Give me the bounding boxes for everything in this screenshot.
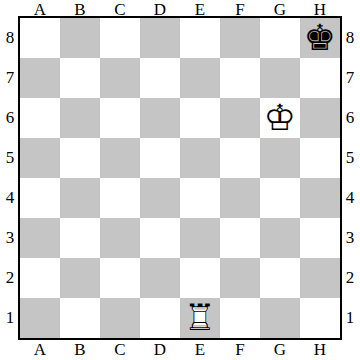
white-rook[interactable]: ♖ <box>180 298 220 338</box>
file-label-d: D <box>140 340 180 360</box>
rank-label-1: 1 <box>0 298 20 338</box>
rank-label-8: 8 <box>340 18 360 58</box>
square-c5[interactable] <box>100 138 140 178</box>
square-e2[interactable] <box>180 258 220 298</box>
square-b4[interactable] <box>60 178 100 218</box>
rank-label-4: 4 <box>0 178 20 218</box>
rank-label-4: 4 <box>340 178 360 218</box>
square-f5[interactable] <box>220 138 260 178</box>
square-b2[interactable] <box>60 258 100 298</box>
square-c6[interactable] <box>100 98 140 138</box>
square-b6[interactable] <box>60 98 100 138</box>
square-f6[interactable] <box>220 98 260 138</box>
square-g3[interactable] <box>260 218 300 258</box>
square-c1[interactable] <box>100 298 140 338</box>
square-d5[interactable] <box>140 138 180 178</box>
square-e7[interactable] <box>180 58 220 98</box>
square-d7[interactable] <box>140 58 180 98</box>
square-f7[interactable] <box>220 58 260 98</box>
square-b7[interactable] <box>60 58 100 98</box>
file-label-a: A <box>20 340 60 360</box>
file-label-h: H <box>300 340 340 360</box>
rank-labels-right: 87654321 <box>340 18 360 338</box>
rank-label-2: 2 <box>340 258 360 298</box>
square-d4[interactable] <box>140 178 180 218</box>
square-b1[interactable] <box>60 298 100 338</box>
square-b8[interactable] <box>60 18 100 58</box>
square-g2[interactable] <box>260 258 300 298</box>
square-c3[interactable] <box>100 218 140 258</box>
chess-diagram: ABCDEFGH 87654321 ♚♚♔♜♖ 87654321 ABCDEFG… <box>0 0 360 360</box>
square-a3[interactable] <box>20 218 60 258</box>
square-a2[interactable] <box>20 258 60 298</box>
square-d2[interactable] <box>140 258 180 298</box>
square-c7[interactable] <box>100 58 140 98</box>
square-a6[interactable] <box>20 98 60 138</box>
rank-label-7: 7 <box>340 58 360 98</box>
rank-label-6: 6 <box>340 98 360 138</box>
square-f4[interactable] <box>220 178 260 218</box>
square-a1[interactable] <box>20 298 60 338</box>
rank-label-5: 5 <box>0 138 20 178</box>
square-d8[interactable] <box>140 18 180 58</box>
square-a5[interactable] <box>20 138 60 178</box>
square-e4[interactable] <box>180 178 220 218</box>
square-h2[interactable] <box>300 258 340 298</box>
square-f3[interactable] <box>220 218 260 258</box>
square-a7[interactable] <box>20 58 60 98</box>
black-king[interactable]: ♚ <box>300 18 340 58</box>
square-h8[interactable]: ♚ <box>300 18 340 58</box>
square-b5[interactable] <box>60 138 100 178</box>
rank-label-8: 8 <box>0 18 20 58</box>
square-g7[interactable] <box>260 58 300 98</box>
square-g8[interactable] <box>260 18 300 58</box>
square-f2[interactable] <box>220 258 260 298</box>
file-label-f: F <box>220 340 260 360</box>
square-h3[interactable] <box>300 218 340 258</box>
rank-label-7: 7 <box>0 58 20 98</box>
square-g5[interactable] <box>260 138 300 178</box>
square-e1[interactable]: ♜♖ <box>180 298 220 338</box>
square-h4[interactable] <box>300 178 340 218</box>
file-label-b: B <box>60 340 100 360</box>
square-e6[interactable] <box>180 98 220 138</box>
square-g4[interactable] <box>260 178 300 218</box>
rank-label-3: 3 <box>0 218 20 258</box>
square-c8[interactable] <box>100 18 140 58</box>
rank-labels-left: 87654321 <box>0 18 20 338</box>
file-label-e: E <box>180 340 220 360</box>
square-e5[interactable] <box>180 138 220 178</box>
rank-label-6: 6 <box>0 98 20 138</box>
square-g6[interactable]: ♚♔ <box>260 98 300 138</box>
file-labels-bottom: ABCDEFGH <box>20 340 340 360</box>
square-f1[interactable] <box>220 298 260 338</box>
square-h5[interactable] <box>300 138 340 178</box>
square-d6[interactable] <box>140 98 180 138</box>
square-h7[interactable] <box>300 58 340 98</box>
rank-label-5: 5 <box>340 138 360 178</box>
square-g1[interactable] <box>260 298 300 338</box>
rank-label-3: 3 <box>340 218 360 258</box>
square-d1[interactable] <box>140 298 180 338</box>
square-a8[interactable] <box>20 18 60 58</box>
file-label-c: C <box>100 340 140 360</box>
square-d3[interactable] <box>140 218 180 258</box>
square-c4[interactable] <box>100 178 140 218</box>
square-c2[interactable] <box>100 258 140 298</box>
file-label-g: G <box>260 340 300 360</box>
square-a4[interactable] <box>20 178 60 218</box>
square-e3[interactable] <box>180 218 220 258</box>
rank-label-2: 2 <box>0 258 20 298</box>
square-h1[interactable] <box>300 298 340 338</box>
rank-label-1: 1 <box>340 298 360 338</box>
square-e8[interactable] <box>180 18 220 58</box>
white-king[interactable]: ♔ <box>260 98 300 138</box>
square-h6[interactable] <box>300 98 340 138</box>
square-b3[interactable] <box>60 218 100 258</box>
chess-board[interactable]: ♚♚♔♜♖ <box>18 16 342 340</box>
square-f8[interactable] <box>220 18 260 58</box>
